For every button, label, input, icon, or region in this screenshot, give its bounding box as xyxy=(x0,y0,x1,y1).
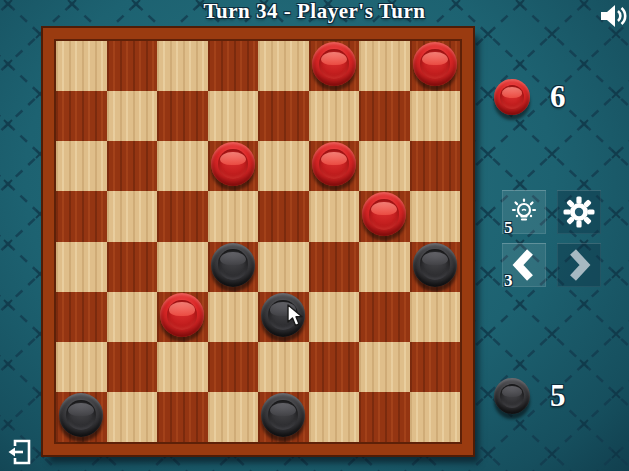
board-square[interactable] xyxy=(157,392,208,442)
mute-button[interactable] xyxy=(599,2,627,30)
board-square xyxy=(208,292,259,342)
board-square xyxy=(208,91,259,141)
board-square[interactable] xyxy=(208,41,259,91)
board-square[interactable] xyxy=(107,242,158,292)
black-piece[interactable] xyxy=(261,293,305,337)
board-square xyxy=(410,392,461,442)
game-window: Turn 34 - Player's Turn 6 5 xyxy=(0,0,629,471)
volume-on-icon xyxy=(600,3,627,29)
board-square xyxy=(410,191,461,241)
board-square xyxy=(107,292,158,342)
board-square[interactable] xyxy=(359,292,410,342)
board-square xyxy=(56,41,107,91)
board-square[interactable] xyxy=(157,91,208,141)
board-square[interactable] xyxy=(359,191,410,241)
board-square[interactable] xyxy=(309,141,360,191)
board-square xyxy=(410,292,461,342)
exit-button[interactable] xyxy=(7,438,33,466)
board-square[interactable] xyxy=(107,41,158,91)
board-square xyxy=(410,91,461,141)
board-square xyxy=(359,41,410,91)
board-square xyxy=(258,242,309,292)
board-square xyxy=(157,141,208,191)
black-piece-counter: 5 xyxy=(494,378,566,414)
board-square[interactable] xyxy=(309,41,360,91)
board-square xyxy=(359,242,410,292)
board-square[interactable] xyxy=(258,191,309,241)
undo-chevron-left-icon xyxy=(509,248,539,282)
board-square[interactable] xyxy=(157,191,208,241)
board-square[interactable] xyxy=(107,141,158,191)
black-piece[interactable] xyxy=(413,243,457,287)
board-square xyxy=(157,41,208,91)
board-square xyxy=(56,242,107,292)
board-square xyxy=(359,141,410,191)
black-piece[interactable] xyxy=(261,393,305,437)
checkers-board xyxy=(56,41,460,442)
black-count: 5 xyxy=(550,378,566,414)
red-counter-piece-icon xyxy=(494,79,530,115)
board-square[interactable] xyxy=(208,242,259,292)
board-square[interactable] xyxy=(359,91,410,141)
red-count: 6 xyxy=(550,79,566,115)
redo-button[interactable] xyxy=(557,243,601,287)
red-piece[interactable] xyxy=(211,142,255,186)
red-piece[interactable] xyxy=(362,192,406,236)
board-square xyxy=(107,392,158,442)
board-square[interactable] xyxy=(56,292,107,342)
board-square[interactable] xyxy=(208,342,259,392)
board-square[interactable] xyxy=(107,342,158,392)
board-square xyxy=(208,191,259,241)
board-square[interactable] xyxy=(309,242,360,292)
board-square xyxy=(208,392,259,442)
board-square xyxy=(157,242,208,292)
board-frame xyxy=(43,28,473,455)
black-counter-piece-icon xyxy=(494,378,530,414)
board-square xyxy=(258,342,309,392)
red-piece[interactable] xyxy=(312,42,356,86)
settings-gear-icon xyxy=(563,196,595,228)
board-square[interactable] xyxy=(359,392,410,442)
board-square[interactable] xyxy=(157,292,208,342)
board-square[interactable] xyxy=(410,41,461,91)
hint-lightbulb-icon xyxy=(510,197,538,227)
board-square xyxy=(56,141,107,191)
hint-button[interactable]: 5 xyxy=(502,190,546,234)
settings-button[interactable] xyxy=(557,190,601,234)
board-square[interactable] xyxy=(309,342,360,392)
board-square xyxy=(309,191,360,241)
board-square[interactable] xyxy=(56,91,107,141)
exit-door-icon xyxy=(7,438,33,466)
black-piece[interactable] xyxy=(59,393,103,437)
undo-count-badge: 3 xyxy=(504,271,513,291)
red-piece[interactable] xyxy=(312,142,356,186)
board-square xyxy=(56,342,107,392)
board-square xyxy=(107,91,158,141)
board-square xyxy=(359,342,410,392)
board-square xyxy=(258,41,309,91)
board-square[interactable] xyxy=(410,141,461,191)
black-piece[interactable] xyxy=(211,243,255,287)
board-square[interactable] xyxy=(56,392,107,442)
board-square[interactable] xyxy=(258,292,309,342)
board-square xyxy=(157,342,208,392)
board-square[interactable] xyxy=(410,242,461,292)
board-square xyxy=(309,392,360,442)
undo-button[interactable]: 3 xyxy=(502,243,546,287)
board-square[interactable] xyxy=(56,191,107,241)
board-square xyxy=(258,141,309,191)
redo-chevron-right-icon xyxy=(564,248,594,282)
red-piece[interactable] xyxy=(413,42,457,86)
board-square[interactable] xyxy=(258,392,309,442)
red-piece-counter: 6 xyxy=(494,79,566,115)
board-square[interactable] xyxy=(208,141,259,191)
board-square xyxy=(107,191,158,241)
board-square xyxy=(309,91,360,141)
red-piece[interactable] xyxy=(160,293,204,337)
board-square[interactable] xyxy=(410,342,461,392)
turn-status-title: Turn 34 - Player's Turn xyxy=(0,0,629,24)
hint-count-badge: 5 xyxy=(504,218,513,238)
board-square[interactable] xyxy=(258,91,309,141)
board-square xyxy=(309,292,360,342)
